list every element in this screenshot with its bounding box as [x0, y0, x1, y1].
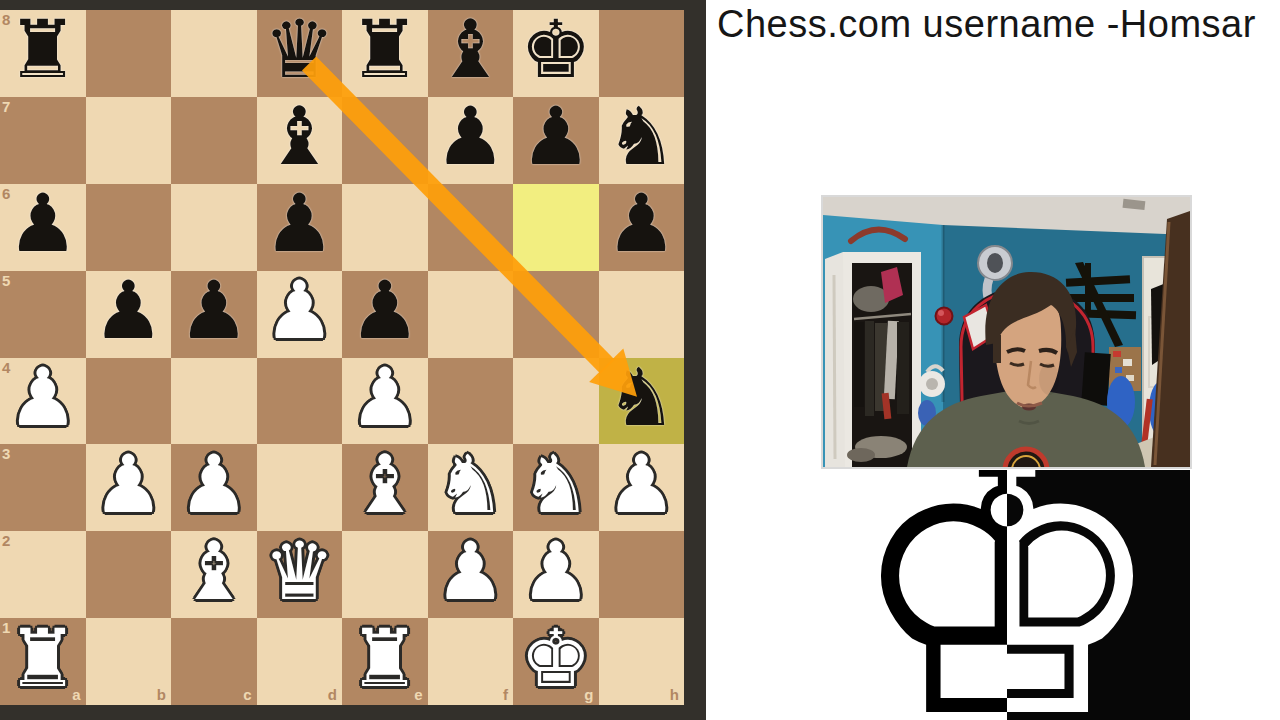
square-h8[interactable] — [599, 10, 685, 97]
black-pawn[interactable]: ♟ — [605, 184, 677, 264]
square-f3[interactable]: ♞ — [428, 444, 514, 531]
square-d7[interactable]: ♝ — [257, 97, 343, 184]
black-queen[interactable]: ♛ — [263, 10, 335, 90]
rank-label-1: 1 — [2, 620, 10, 635]
square-d1[interactable]: d — [257, 618, 343, 705]
rank-label-7: 7 — [2, 99, 10, 114]
square-c6[interactable] — [171, 184, 257, 271]
rank-label-8: 8 — [2, 12, 10, 27]
board-frame: ♜8♛♜♝♚7♝♟♟♞♟6♟♟5♟♟♟♟♟4♟♞3♟♟♝♞♞♟2♝♛♟♟♜1ab… — [0, 0, 706, 720]
black-rook[interactable]: ♜ — [349, 10, 421, 90]
square-d6[interactable]: ♟ — [257, 184, 343, 271]
square-h7[interactable]: ♞ — [599, 97, 685, 184]
black-rook[interactable]: ♜ — [7, 10, 79, 90]
white-bishop[interactable]: ♝ — [178, 532, 250, 612]
black-bishop[interactable]: ♝ — [263, 97, 335, 177]
black-knight[interactable]: ♞ — [605, 358, 677, 438]
square-c7[interactable] — [171, 97, 257, 184]
king-solid-glyph: ♚ — [1007, 470, 1187, 720]
file-label-f: f — [503, 687, 508, 702]
square-g5[interactable] — [513, 271, 599, 358]
square-c1[interactable]: c — [171, 618, 257, 705]
square-a3[interactable]: 3 — [0, 444, 86, 531]
square-c4[interactable] — [171, 358, 257, 445]
square-h6[interactable]: ♟ — [599, 184, 685, 271]
white-bishop[interactable]: ♝ — [349, 445, 421, 525]
webcam-feed — [821, 195, 1192, 469]
square-g4[interactable] — [513, 358, 599, 445]
square-d2[interactable]: ♛ — [257, 531, 343, 618]
black-knight[interactable]: ♞ — [605, 97, 677, 177]
white-pawn[interactable]: ♟ — [520, 532, 592, 612]
square-f1[interactable]: f — [428, 618, 514, 705]
file-label-g: g — [584, 687, 593, 702]
white-pawn[interactable]: ♟ — [349, 358, 421, 438]
square-a7[interactable]: 7 — [0, 97, 86, 184]
square-a8[interactable]: ♜8 — [0, 10, 86, 97]
black-pawn[interactable]: ♟ — [434, 97, 506, 177]
square-g7[interactable]: ♟ — [513, 97, 599, 184]
square-b2[interactable] — [86, 531, 172, 618]
file-label-a: a — [72, 687, 80, 702]
square-b3[interactable]: ♟ — [86, 444, 172, 531]
black-pawn[interactable]: ♟ — [349, 271, 421, 351]
wall-button — [936, 308, 953, 325]
black-pawn[interactable]: ♟ — [7, 184, 79, 264]
square-f7[interactable]: ♟ — [428, 97, 514, 184]
square-a6[interactable]: ♟6 — [0, 184, 86, 271]
white-knight[interactable]: ♞ — [520, 445, 592, 525]
square-g6[interactable] — [513, 184, 599, 271]
file-label-c: c — [243, 687, 251, 702]
square-e2[interactable] — [342, 531, 428, 618]
king-outline-glyph: ♔ — [830, 470, 1007, 720]
white-pawn[interactable]: ♟ — [434, 532, 506, 612]
black-pawn[interactable]: ♟ — [178, 271, 250, 351]
square-e8[interactable]: ♜ — [342, 10, 428, 97]
white-king[interactable]: ♚ — [520, 619, 592, 699]
square-g1[interactable]: ♚g — [513, 618, 599, 705]
square-e1[interactable]: ♜e — [342, 618, 428, 705]
page-title: Chess.com username -Homsar — [717, 3, 1256, 46]
black-pawn[interactable]: ♟ — [520, 97, 592, 177]
square-a2[interactable]: 2 — [0, 531, 86, 618]
square-f4[interactable] — [428, 358, 514, 445]
square-a5[interactable]: 5 — [0, 271, 86, 358]
rank-label-4: 4 — [2, 360, 10, 375]
file-label-d: d — [328, 687, 337, 702]
king-logo-black-half: ♚ — [1007, 470, 1190, 720]
white-pawn[interactable]: ♟ — [263, 271, 335, 351]
king-logo-white-half: ♔ — [830, 470, 1007, 720]
square-c5[interactable]: ♟ — [171, 271, 257, 358]
square-b1[interactable]: b — [86, 618, 172, 705]
rank-label-3: 3 — [2, 446, 10, 461]
square-b5[interactable]: ♟ — [86, 271, 172, 358]
white-pawn[interactable]: ♟ — [178, 445, 250, 525]
square-h5[interactable] — [599, 271, 685, 358]
square-h3[interactable]: ♟ — [599, 444, 685, 531]
square-d4[interactable] — [257, 358, 343, 445]
rank-label-6: 6 — [2, 186, 10, 201]
webcam-scene — [823, 197, 1190, 467]
rank-label-5: 5 — [2, 273, 10, 288]
square-b8[interactable] — [86, 10, 172, 97]
square-e4[interactable]: ♟ — [342, 358, 428, 445]
square-b6[interactable] — [86, 184, 172, 271]
white-queen[interactable]: ♛ — [263, 532, 335, 612]
square-c8[interactable] — [171, 10, 257, 97]
closet — [825, 252, 921, 467]
square-h2[interactable] — [599, 531, 685, 618]
square-g3[interactable]: ♞ — [513, 444, 599, 531]
square-f8[interactable]: ♝ — [428, 10, 514, 97]
square-f5[interactable] — [428, 271, 514, 358]
square-h1[interactable]: h — [599, 618, 685, 705]
white-rook[interactable]: ♜ — [349, 619, 421, 699]
square-b7[interactable] — [86, 97, 172, 184]
square-e5[interactable]: ♟ — [342, 271, 428, 358]
white-rook[interactable]: ♜ — [7, 619, 79, 699]
square-h4[interactable]: ♞ — [599, 358, 685, 445]
square-g8[interactable]: ♚ — [513, 10, 599, 97]
king-logo: ♔ ♚ — [830, 470, 1190, 720]
white-pawn[interactable]: ♟ — [605, 445, 677, 525]
square-e7[interactable] — [342, 97, 428, 184]
square-d5[interactable]: ♟ — [257, 271, 343, 358]
file-label-b: b — [157, 687, 166, 702]
chess-board[interactable]: ♜8♛♜♝♚7♝♟♟♞♟6♟♟5♟♟♟♟♟4♟♞3♟♟♝♞♞♟2♝♛♟♟♜1ab… — [0, 10, 684, 705]
rank-label-2: 2 — [2, 533, 10, 548]
square-b4[interactable] — [86, 358, 172, 445]
file-label-h: h — [670, 687, 679, 702]
square-g2[interactable]: ♟ — [513, 531, 599, 618]
black-king[interactable]: ♚ — [520, 10, 592, 90]
square-e6[interactable] — [342, 184, 428, 271]
square-a1[interactable]: ♜1a — [0, 618, 86, 705]
black-pawn[interactable]: ♟ — [92, 271, 164, 351]
black-bishop[interactable]: ♝ — [434, 10, 506, 90]
black-pawn[interactable]: ♟ — [263, 184, 335, 264]
white-knight[interactable]: ♞ — [434, 445, 506, 525]
square-d3[interactable] — [257, 444, 343, 531]
white-pawn[interactable]: ♟ — [7, 358, 79, 438]
square-f2[interactable]: ♟ — [428, 531, 514, 618]
square-e3[interactable]: ♝ — [342, 444, 428, 531]
square-d8[interactable]: ♛ — [257, 10, 343, 97]
square-c3[interactable]: ♟ — [171, 444, 257, 531]
square-f6[interactable] — [428, 184, 514, 271]
white-pawn[interactable]: ♟ — [92, 445, 164, 525]
square-a4[interactable]: ♟4 — [0, 358, 86, 445]
file-label-e: e — [414, 687, 422, 702]
square-c2[interactable]: ♝ — [171, 531, 257, 618]
